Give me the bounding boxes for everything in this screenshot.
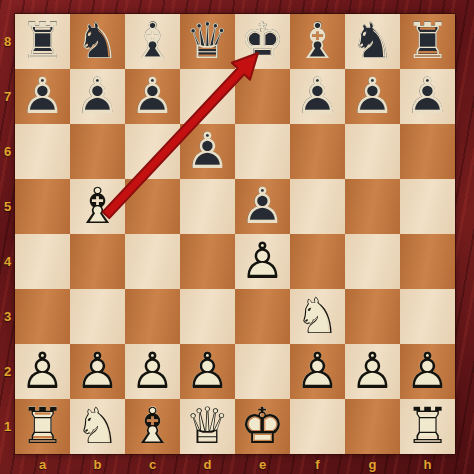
square-e4[interactable]: ♟♙ — [235, 234, 290, 289]
square-f6[interactable] — [290, 124, 345, 179]
white-pawn: ♟♙ — [235, 234, 290, 289]
white-pawn: ♟♙ — [15, 344, 70, 399]
square-e2[interactable] — [235, 344, 290, 399]
square-a6[interactable] — [15, 124, 70, 179]
white-rook: ♜♖ — [15, 399, 70, 454]
rank-label-8: 8 — [0, 14, 15, 69]
file-label-b: b — [70, 454, 125, 474]
black-pawn: ♟♙ — [345, 69, 400, 124]
square-f7[interactable]: ♟♙ — [290, 69, 345, 124]
square-a5[interactable] — [15, 179, 70, 234]
square-d3[interactable] — [180, 289, 235, 344]
square-h4[interactable] — [400, 234, 455, 289]
white-bishop: ♝♗ — [125, 399, 180, 454]
black-knight: ♞♘ — [345, 14, 400, 69]
black-pawn: ♟♙ — [15, 69, 70, 124]
white-pawn: ♟♙ — [400, 344, 455, 399]
square-b8[interactable]: ♞♘ — [70, 14, 125, 69]
chess-board: ♜♖♞♘♝♗♛♕♚♔♝♗♞♘♜♖♟♙♟♙♟♙♟♙♟♙♟♙♟♙♝♗♟♙♟♙♞♘♟♙… — [15, 14, 455, 454]
square-h8[interactable]: ♜♖ — [400, 14, 455, 69]
white-pawn: ♟♙ — [345, 344, 400, 399]
white-knight: ♞♘ — [70, 399, 125, 454]
rank-coordinates: 87654321 — [0, 14, 15, 454]
white-king: ♚♔ — [235, 399, 290, 454]
chess-board-diagram: ♜♖♞♘♝♗♛♕♚♔♝♗♞♘♜♖♟♙♟♙♟♙♟♙♟♙♟♙♟♙♝♗♟♙♟♙♞♘♟♙… — [0, 0, 474, 474]
black-queen: ♛♕ — [180, 14, 235, 69]
rank-label-6: 6 — [0, 124, 15, 179]
square-d5[interactable] — [180, 179, 235, 234]
square-h6[interactable] — [400, 124, 455, 179]
square-g1[interactable] — [345, 399, 400, 454]
square-a4[interactable] — [15, 234, 70, 289]
square-a1[interactable]: ♜♖ — [15, 399, 70, 454]
square-b5[interactable]: ♝♗ — [70, 179, 125, 234]
square-b4[interactable] — [70, 234, 125, 289]
square-f2[interactable]: ♟♙ — [290, 344, 345, 399]
rank-label-4: 4 — [0, 234, 15, 289]
square-e1[interactable]: ♚♔ — [235, 399, 290, 454]
square-g8[interactable]: ♞♘ — [345, 14, 400, 69]
square-e6[interactable] — [235, 124, 290, 179]
square-c3[interactable] — [125, 289, 180, 344]
square-d7[interactable] — [180, 69, 235, 124]
square-a2[interactable]: ♟♙ — [15, 344, 70, 399]
square-g2[interactable]: ♟♙ — [345, 344, 400, 399]
square-b3[interactable] — [70, 289, 125, 344]
black-rook: ♜♖ — [400, 14, 455, 69]
square-h5[interactable] — [400, 179, 455, 234]
black-pawn: ♟♙ — [235, 179, 290, 234]
square-e8[interactable]: ♚♔ — [235, 14, 290, 69]
square-g7[interactable]: ♟♙ — [345, 69, 400, 124]
file-coordinates: abcdefgh — [15, 454, 455, 474]
file-label-g: g — [345, 454, 400, 474]
black-pawn: ♟♙ — [400, 69, 455, 124]
square-g5[interactable] — [345, 179, 400, 234]
black-pawn: ♟♙ — [70, 69, 125, 124]
square-g4[interactable] — [345, 234, 400, 289]
square-c4[interactable] — [125, 234, 180, 289]
square-c8[interactable]: ♝♗ — [125, 14, 180, 69]
black-pawn: ♟♙ — [180, 124, 235, 179]
square-g3[interactable] — [345, 289, 400, 344]
black-pawn: ♟♙ — [290, 69, 345, 124]
square-a3[interactable] — [15, 289, 70, 344]
file-label-d: d — [180, 454, 235, 474]
square-d6[interactable]: ♟♙ — [180, 124, 235, 179]
file-label-c: c — [125, 454, 180, 474]
square-c2[interactable]: ♟♙ — [125, 344, 180, 399]
square-f8[interactable]: ♝♗ — [290, 14, 345, 69]
square-h7[interactable]: ♟♙ — [400, 69, 455, 124]
square-e7[interactable] — [235, 69, 290, 124]
rank-label-5: 5 — [0, 179, 15, 234]
file-label-a: a — [15, 454, 70, 474]
black-knight: ♞♘ — [70, 14, 125, 69]
white-knight: ♞♘ — [290, 289, 345, 344]
rank-label-3: 3 — [0, 289, 15, 344]
square-f1[interactable] — [290, 399, 345, 454]
file-label-e: e — [235, 454, 290, 474]
square-f5[interactable] — [290, 179, 345, 234]
square-h2[interactable]: ♟♙ — [400, 344, 455, 399]
square-b7[interactable]: ♟♙ — [70, 69, 125, 124]
white-pawn: ♟♙ — [290, 344, 345, 399]
file-label-f: f — [290, 454, 345, 474]
square-d8[interactable]: ♛♕ — [180, 14, 235, 69]
square-e5[interactable]: ♟♙ — [235, 179, 290, 234]
black-pawn: ♟♙ — [125, 69, 180, 124]
white-queen: ♛♕ — [180, 399, 235, 454]
rank-label-2: 2 — [0, 344, 15, 399]
black-bishop: ♝♗ — [290, 14, 345, 69]
square-c7[interactable]: ♟♙ — [125, 69, 180, 124]
square-b1[interactable]: ♞♘ — [70, 399, 125, 454]
square-c5[interactable] — [125, 179, 180, 234]
white-rook: ♜♖ — [400, 399, 455, 454]
white-pawn: ♟♙ — [180, 344, 235, 399]
square-f3[interactable]: ♞♘ — [290, 289, 345, 344]
square-h3[interactable] — [400, 289, 455, 344]
square-c1[interactable]: ♝♗ — [125, 399, 180, 454]
square-b6[interactable] — [70, 124, 125, 179]
black-bishop: ♝♗ — [125, 14, 180, 69]
file-label-h: h — [400, 454, 455, 474]
square-c6[interactable] — [125, 124, 180, 179]
black-rook: ♜♖ — [15, 14, 70, 69]
square-e3[interactable] — [235, 289, 290, 344]
rank-label-1: 1 — [0, 399, 15, 454]
square-d1[interactable]: ♛♕ — [180, 399, 235, 454]
square-d4[interactable] — [180, 234, 235, 289]
square-g6[interactable] — [345, 124, 400, 179]
white-pawn: ♟♙ — [70, 344, 125, 399]
square-d2[interactable]: ♟♙ — [180, 344, 235, 399]
white-pawn: ♟♙ — [125, 344, 180, 399]
square-h1[interactable]: ♜♖ — [400, 399, 455, 454]
white-bishop: ♝♗ — [70, 179, 125, 234]
square-a8[interactable]: ♜♖ — [15, 14, 70, 69]
black-king: ♚♔ — [235, 14, 290, 69]
square-f4[interactable] — [290, 234, 345, 289]
square-a7[interactable]: ♟♙ — [15, 69, 70, 124]
square-b2[interactable]: ♟♙ — [70, 344, 125, 399]
rank-label-7: 7 — [0, 69, 15, 124]
